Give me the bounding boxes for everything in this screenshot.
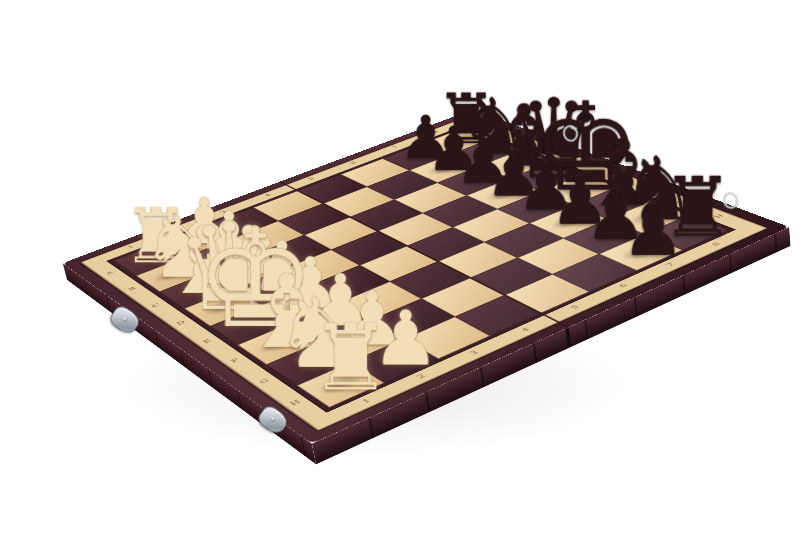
piece-white-rook[interactable]: ♜ xyxy=(246,315,456,401)
chess-set-photo: ♜♟♟♜♞♟♟♞♝♟♟♝♛♟♟♛♚♟♟♚♝♟♟♝♞♟♟♞♜♟♟♜ AABBCCD… xyxy=(0,0,800,533)
piece-black-pawn[interactable]: ♟ xyxy=(557,199,749,266)
squares-grid: ♜♟♟♜♞♟♟♞♝♟♟♝♛♟♟♛♚♟♟♚♝♟♟♝♞♟♟♞♜♟♟♜ xyxy=(114,128,728,408)
board: ♜♟♟♜♞♟♟♞♝♟♟♝♛♟♟♛♚♟♟♚♝♟♟♝♞♟♟♞♜♟♟♜ AABBCCD… xyxy=(63,109,789,443)
